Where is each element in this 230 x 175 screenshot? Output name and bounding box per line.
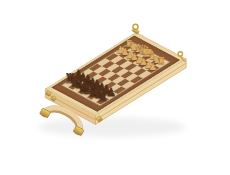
brass-hardware — [0, 0, 230, 175]
latch-hook-icon — [178, 52, 185, 61]
side-latch-icon — [51, 96, 56, 101]
hinge-loop-icon — [132, 24, 139, 34]
corner-latch-icon — [96, 116, 102, 123]
chess-set-photo: ♜♞♝♛♚♝♞♜♟♟♟♟♟♟♟♟♟♟♟♟♟♟♟♟♜♞♝♛♚♝♞♜ — [0, 0, 230, 175]
side-latch-icon — [46, 91, 51, 96]
